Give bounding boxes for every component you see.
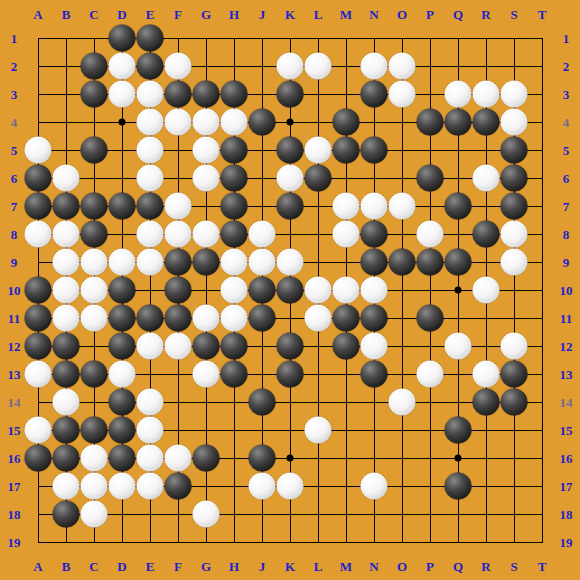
- stone-black[interactable]: [445, 249, 472, 276]
- coord-label-left-14: 14: [8, 396, 21, 409]
- stone-black[interactable]: [165, 249, 192, 276]
- stone-black[interactable]: [25, 193, 52, 220]
- stone-white[interactable]: [249, 473, 276, 500]
- stone-white[interactable]: [445, 81, 472, 108]
- stone-white[interactable]: [53, 165, 80, 192]
- stone-white[interactable]: [193, 305, 220, 332]
- stone-white[interactable]: [249, 249, 276, 276]
- coord-label-bottom-O: O: [397, 560, 407, 573]
- coord-label-bottom-M: M: [340, 560, 352, 573]
- grid-line: [542, 38, 543, 543]
- coord-label-top-E: E: [146, 8, 155, 21]
- coord-label-bottom-J: J: [259, 560, 266, 573]
- stone-black[interactable]: [25, 165, 52, 192]
- stone-black[interactable]: [445, 193, 472, 220]
- coord-label-top-L: L: [314, 8, 323, 21]
- stone-black[interactable]: [249, 109, 276, 136]
- stone-white[interactable]: [25, 137, 52, 164]
- stone-black[interactable]: [361, 221, 388, 248]
- stone-black[interactable]: [501, 193, 528, 220]
- stone-white[interactable]: [165, 53, 192, 80]
- stone-white[interactable]: [277, 249, 304, 276]
- stone-black[interactable]: [25, 305, 52, 332]
- stone-black[interactable]: [501, 389, 528, 416]
- coord-label-left-19: 19: [8, 536, 21, 549]
- stone-black[interactable]: [473, 221, 500, 248]
- stone-black[interactable]: [109, 193, 136, 220]
- stone-black[interactable]: [165, 473, 192, 500]
- coord-label-top-O: O: [397, 8, 407, 21]
- stone-white[interactable]: [53, 389, 80, 416]
- stone-white[interactable]: [109, 249, 136, 276]
- stone-black[interactable]: [333, 109, 360, 136]
- grid-line: [38, 542, 543, 543]
- stone-white[interactable]: [137, 389, 164, 416]
- stone-white[interactable]: [81, 501, 108, 528]
- star-point: [287, 119, 294, 126]
- stone-white[interactable]: [305, 417, 332, 444]
- stone-black[interactable]: [165, 81, 192, 108]
- coord-label-top-P: P: [426, 8, 434, 21]
- stone-black[interactable]: [109, 277, 136, 304]
- coord-label-top-M: M: [340, 8, 352, 21]
- stone-black[interactable]: [221, 81, 248, 108]
- coord-label-bottom-B: B: [62, 560, 71, 573]
- coord-label-bottom-D: D: [117, 560, 126, 573]
- stone-black[interactable]: [109, 305, 136, 332]
- stone-white[interactable]: [277, 473, 304, 500]
- stone-black[interactable]: [81, 221, 108, 248]
- stone-white[interactable]: [221, 277, 248, 304]
- stone-black[interactable]: [445, 109, 472, 136]
- stone-black[interactable]: [137, 53, 164, 80]
- stone-black[interactable]: [53, 193, 80, 220]
- stone-white[interactable]: [53, 473, 80, 500]
- stone-white[interactable]: [109, 361, 136, 388]
- stone-white[interactable]: [501, 333, 528, 360]
- stone-white[interactable]: [81, 445, 108, 472]
- stone-black[interactable]: [277, 277, 304, 304]
- coord-label-top-B: B: [62, 8, 71, 21]
- stone-black[interactable]: [305, 165, 332, 192]
- stone-white[interactable]: [193, 137, 220, 164]
- stone-black[interactable]: [249, 389, 276, 416]
- stone-black[interactable]: [81, 137, 108, 164]
- stone-black[interactable]: [81, 361, 108, 388]
- stone-black[interactable]: [109, 417, 136, 444]
- stone-white[interactable]: [361, 193, 388, 220]
- stone-white[interactable]: [193, 221, 220, 248]
- stone-black[interactable]: [137, 305, 164, 332]
- stone-white[interactable]: [137, 417, 164, 444]
- stone-white[interactable]: [193, 109, 220, 136]
- stone-black[interactable]: [193, 445, 220, 472]
- coord-label-right-18: 18: [560, 508, 573, 521]
- coord-label-top-G: G: [201, 8, 211, 21]
- stone-white[interactable]: [417, 361, 444, 388]
- go-board-app: AABBCCDDEEFFGGHHJJKKLLMMNNOOPPQQRRSSTT11…: [0, 0, 580, 580]
- goban[interactable]: AABBCCDDEEFFGGHHJJKKLLMMNNOOPPQQRRSSTT11…: [0, 0, 580, 580]
- stone-white[interactable]: [25, 361, 52, 388]
- stone-black[interactable]: [53, 333, 80, 360]
- coord-label-left-7: 7: [11, 200, 18, 213]
- coord-label-right-11: 11: [560, 312, 572, 325]
- coord-label-top-C: C: [89, 8, 98, 21]
- stone-black[interactable]: [361, 361, 388, 388]
- stone-black[interactable]: [81, 53, 108, 80]
- coord-label-left-4: 4: [11, 116, 18, 129]
- stone-black[interactable]: [81, 81, 108, 108]
- stone-black[interactable]: [53, 361, 80, 388]
- coord-label-top-K: K: [285, 8, 295, 21]
- coord-label-bottom-E: E: [146, 560, 155, 573]
- stone-black[interactable]: [81, 193, 108, 220]
- stone-black[interactable]: [277, 333, 304, 360]
- stone-black[interactable]: [473, 109, 500, 136]
- stone-black[interactable]: [53, 445, 80, 472]
- coord-label-right-8: 8: [563, 228, 570, 241]
- stone-white[interactable]: [361, 333, 388, 360]
- stone-white[interactable]: [277, 165, 304, 192]
- coord-label-left-9: 9: [11, 256, 18, 269]
- coord-label-right-12: 12: [560, 340, 573, 353]
- stone-white[interactable]: [501, 221, 528, 248]
- stone-white[interactable]: [221, 109, 248, 136]
- coord-label-bottom-A: A: [33, 560, 42, 573]
- coord-label-right-10: 10: [560, 284, 573, 297]
- coord-label-right-13: 13: [560, 368, 573, 381]
- stone-white[interactable]: [501, 81, 528, 108]
- stone-black[interactable]: [25, 333, 52, 360]
- stone-white[interactable]: [53, 277, 80, 304]
- stone-white[interactable]: [473, 361, 500, 388]
- stone-white[interactable]: [333, 221, 360, 248]
- stone-black[interactable]: [277, 81, 304, 108]
- stone-black[interactable]: [221, 361, 248, 388]
- stone-black[interactable]: [333, 333, 360, 360]
- coord-label-right-9: 9: [563, 256, 570, 269]
- coord-label-left-8: 8: [11, 228, 18, 241]
- stone-white[interactable]: [501, 109, 528, 136]
- stone-white[interactable]: [165, 193, 192, 220]
- stone-white[interactable]: [193, 165, 220, 192]
- stone-white[interactable]: [361, 277, 388, 304]
- stone-black[interactable]: [221, 333, 248, 360]
- stone-white[interactable]: [221, 305, 248, 332]
- stone-black[interactable]: [109, 389, 136, 416]
- stone-black[interactable]: [473, 389, 500, 416]
- coord-label-top-S: S: [510, 8, 517, 21]
- stone-black[interactable]: [53, 501, 80, 528]
- stone-white[interactable]: [333, 193, 360, 220]
- coord-label-bottom-L: L: [314, 560, 323, 573]
- stone-black[interactable]: [165, 277, 192, 304]
- stone-white[interactable]: [53, 221, 80, 248]
- coord-label-left-1: 1: [11, 32, 18, 45]
- stone-black[interactable]: [501, 361, 528, 388]
- stone-black[interactable]: [417, 305, 444, 332]
- stone-white[interactable]: [361, 473, 388, 500]
- coord-label-left-16: 16: [8, 452, 21, 465]
- coord-label-bottom-C: C: [89, 560, 98, 573]
- coord-label-bottom-H: H: [229, 560, 239, 573]
- stone-white[interactable]: [25, 221, 52, 248]
- coord-label-left-18: 18: [8, 508, 21, 521]
- stone-white[interactable]: [277, 53, 304, 80]
- star-point: [119, 119, 126, 126]
- stone-black[interactable]: [361, 81, 388, 108]
- coord-label-top-J: J: [259, 8, 266, 21]
- coord-label-right-5: 5: [563, 144, 570, 157]
- stone-white[interactable]: [473, 81, 500, 108]
- stone-black[interactable]: [277, 193, 304, 220]
- coord-label-top-T: T: [538, 8, 547, 21]
- stone-white[interactable]: [221, 249, 248, 276]
- coord-label-right-4: 4: [563, 116, 570, 129]
- stone-white[interactable]: [137, 221, 164, 248]
- stone-black[interactable]: [53, 417, 80, 444]
- stone-white[interactable]: [109, 53, 136, 80]
- stone-white[interactable]: [137, 165, 164, 192]
- stone-white[interactable]: [81, 305, 108, 332]
- coord-label-top-F: F: [174, 8, 182, 21]
- stone-black[interactable]: [277, 361, 304, 388]
- coord-label-left-12: 12: [8, 340, 21, 353]
- stone-black[interactable]: [193, 333, 220, 360]
- coord-label-left-15: 15: [8, 424, 21, 437]
- coord-label-right-16: 16: [560, 452, 573, 465]
- stone-black[interactable]: [137, 193, 164, 220]
- coord-label-bottom-T: T: [538, 560, 547, 573]
- stone-black[interactable]: [109, 333, 136, 360]
- coord-label-right-1: 1: [563, 32, 570, 45]
- stone-white[interactable]: [137, 249, 164, 276]
- stone-white[interactable]: [473, 277, 500, 304]
- stone-black[interactable]: [389, 249, 416, 276]
- stone-white[interactable]: [417, 221, 444, 248]
- stone-black[interactable]: [445, 417, 472, 444]
- coord-label-top-H: H: [229, 8, 239, 21]
- coord-label-left-5: 5: [11, 144, 18, 157]
- coord-label-bottom-Q: Q: [453, 560, 463, 573]
- stone-white[interactable]: [445, 333, 472, 360]
- coord-label-right-6: 6: [563, 172, 570, 185]
- stone-black[interactable]: [417, 249, 444, 276]
- coord-label-left-17: 17: [8, 480, 21, 493]
- coord-label-bottom-R: R: [481, 560, 490, 573]
- coord-label-right-3: 3: [563, 88, 570, 101]
- coord-label-left-6: 6: [11, 172, 18, 185]
- stone-white[interactable]: [305, 53, 332, 80]
- stone-black[interactable]: [277, 137, 304, 164]
- stone-black[interactable]: [109, 25, 136, 52]
- star-point: [455, 287, 462, 294]
- stone-white[interactable]: [193, 501, 220, 528]
- stone-white[interactable]: [53, 249, 80, 276]
- grid-line: [402, 38, 403, 543]
- stone-black[interactable]: [361, 137, 388, 164]
- coord-label-right-14: 14: [560, 396, 573, 409]
- stone-black[interactable]: [137, 25, 164, 52]
- coord-label-bottom-P: P: [426, 560, 434, 573]
- stone-black[interactable]: [109, 445, 136, 472]
- coord-label-left-11: 11: [8, 312, 20, 325]
- stone-black[interactable]: [333, 305, 360, 332]
- stone-white[interactable]: [165, 109, 192, 136]
- stone-black[interactable]: [221, 165, 248, 192]
- stone-white[interactable]: [81, 277, 108, 304]
- coord-label-left-13: 13: [8, 368, 21, 381]
- stone-white[interactable]: [25, 417, 52, 444]
- stone-white[interactable]: [53, 305, 80, 332]
- stone-white[interactable]: [389, 81, 416, 108]
- stone-white[interactable]: [305, 277, 332, 304]
- stone-white[interactable]: [165, 445, 192, 472]
- stone-black[interactable]: [249, 277, 276, 304]
- coord-label-left-3: 3: [11, 88, 18, 101]
- coord-label-top-A: A: [33, 8, 42, 21]
- coord-label-left-2: 2: [11, 60, 18, 73]
- stone-black[interactable]: [445, 473, 472, 500]
- coord-label-top-N: N: [369, 8, 378, 21]
- stone-white[interactable]: [137, 333, 164, 360]
- coord-label-bottom-F: F: [174, 560, 182, 573]
- coord-label-right-7: 7: [563, 200, 570, 213]
- coord-label-bottom-K: K: [285, 560, 295, 573]
- stone-white[interactable]: [137, 81, 164, 108]
- stone-white[interactable]: [137, 137, 164, 164]
- stone-white[interactable]: [305, 305, 332, 332]
- coord-label-right-2: 2: [563, 60, 570, 73]
- coord-label-bottom-N: N: [369, 560, 378, 573]
- stone-white[interactable]: [361, 53, 388, 80]
- coord-label-right-15: 15: [560, 424, 573, 437]
- stone-white[interactable]: [165, 333, 192, 360]
- stone-black[interactable]: [417, 109, 444, 136]
- stone-black[interactable]: [165, 305, 192, 332]
- stone-white[interactable]: [249, 221, 276, 248]
- grid-line: [38, 514, 543, 515]
- stone-white[interactable]: [109, 473, 136, 500]
- stone-black[interactable]: [221, 221, 248, 248]
- star-point: [287, 455, 294, 462]
- coord-label-bottom-S: S: [510, 560, 517, 573]
- stone-black[interactable]: [249, 305, 276, 332]
- stone-black[interactable]: [361, 305, 388, 332]
- stone-black[interactable]: [361, 249, 388, 276]
- coord-label-top-R: R: [481, 8, 490, 21]
- stone-white[interactable]: [501, 249, 528, 276]
- stone-white[interactable]: [165, 221, 192, 248]
- stone-black[interactable]: [25, 277, 52, 304]
- stone-white[interactable]: [137, 109, 164, 136]
- stone-white[interactable]: [137, 445, 164, 472]
- stone-white[interactable]: [389, 389, 416, 416]
- stone-white[interactable]: [193, 361, 220, 388]
- stone-black[interactable]: [193, 249, 220, 276]
- stone-white[interactable]: [305, 137, 332, 164]
- stone-black[interactable]: [417, 165, 444, 192]
- stone-black[interactable]: [81, 417, 108, 444]
- stone-white[interactable]: [333, 277, 360, 304]
- stone-white[interactable]: [137, 473, 164, 500]
- stone-white[interactable]: [81, 249, 108, 276]
- stone-black[interactable]: [249, 445, 276, 472]
- stone-black[interactable]: [193, 81, 220, 108]
- stone-black[interactable]: [221, 137, 248, 164]
- stone-black[interactable]: [333, 137, 360, 164]
- coord-label-right-17: 17: [560, 480, 573, 493]
- stone-black[interactable]: [25, 445, 52, 472]
- stone-white[interactable]: [109, 81, 136, 108]
- stone-black[interactable]: [501, 137, 528, 164]
- stone-black[interactable]: [221, 193, 248, 220]
- coord-label-top-Q: Q: [453, 8, 463, 21]
- star-point: [455, 455, 462, 462]
- coord-label-bottom-G: G: [201, 560, 211, 573]
- coord-label-left-10: 10: [8, 284, 21, 297]
- stone-black[interactable]: [501, 165, 528, 192]
- stone-white[interactable]: [81, 473, 108, 500]
- coord-label-top-D: D: [117, 8, 126, 21]
- coord-label-right-19: 19: [560, 536, 573, 549]
- stone-white[interactable]: [389, 53, 416, 80]
- stone-white[interactable]: [389, 193, 416, 220]
- stone-white[interactable]: [473, 165, 500, 192]
